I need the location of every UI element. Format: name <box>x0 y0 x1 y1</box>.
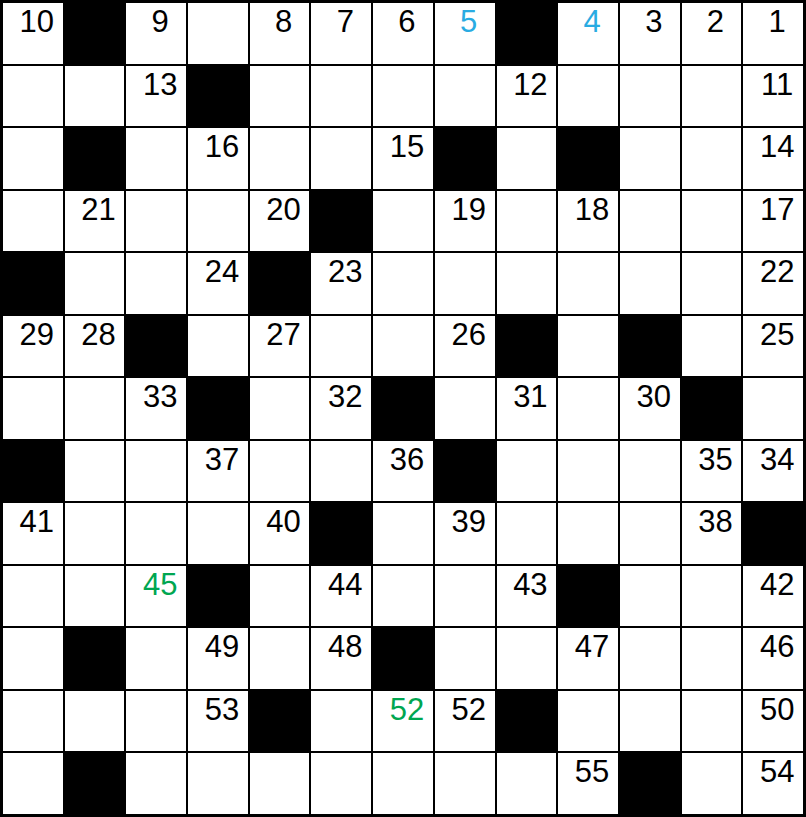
cell[interactable] <box>188 753 248 814</box>
cell[interactable]: 21 <box>65 191 125 252</box>
clue-number: 23 <box>328 253 362 288</box>
block-cell <box>188 66 248 127</box>
cell[interactable] <box>250 753 310 814</box>
block-cell <box>435 128 495 189</box>
cell[interactable]: 49 <box>188 628 248 689</box>
cell[interactable] <box>373 316 433 377</box>
clue-number: 13 <box>143 66 177 101</box>
cell[interactable] <box>311 316 371 377</box>
cell[interactable]: 3 <box>620 3 680 64</box>
cell[interactable] <box>497 628 557 689</box>
cell[interactable]: 28 <box>65 316 125 377</box>
cell[interactable] <box>620 128 680 189</box>
cell[interactable]: 26 <box>435 316 495 377</box>
clue-number: 30 <box>637 378 671 413</box>
clue-number: 31 <box>513 378 547 413</box>
block-cell <box>311 191 371 252</box>
cell[interactable]: 10 <box>3 3 63 64</box>
cell[interactable] <box>435 253 495 314</box>
clue-number: 34 <box>760 441 794 476</box>
cell[interactable] <box>743 378 803 439</box>
block-cell <box>743 503 803 564</box>
clue-number: 2 <box>707 3 724 38</box>
clue-number: 21 <box>81 191 115 226</box>
clue-number: 46 <box>760 628 794 663</box>
cell[interactable] <box>373 566 433 627</box>
cell[interactable] <box>682 128 742 189</box>
clue-number: 14 <box>760 128 794 163</box>
cell[interactable] <box>497 441 557 502</box>
cell[interactable] <box>682 316 742 377</box>
cell[interactable]: 52 <box>435 691 495 752</box>
cell[interactable]: 17 <box>743 191 803 252</box>
cell[interactable] <box>497 191 557 252</box>
cell[interactable] <box>65 566 125 627</box>
clue-number: 10 <box>20 3 54 38</box>
cell[interactable] <box>65 66 125 127</box>
cell[interactable] <box>188 191 248 252</box>
cell[interactable] <box>497 253 557 314</box>
cell[interactable]: 37 <box>188 441 248 502</box>
clue-number: 6 <box>398 3 415 38</box>
clue-number: 24 <box>205 253 239 288</box>
cell[interactable] <box>65 378 125 439</box>
clue-number: 15 <box>390 128 424 163</box>
cell[interactable] <box>435 566 495 627</box>
cell[interactable]: 20 <box>250 191 310 252</box>
cell[interactable]: 32 <box>311 378 371 439</box>
cell[interactable] <box>65 691 125 752</box>
cell[interactable]: 43 <box>497 566 557 627</box>
clue-number: 29 <box>20 316 54 351</box>
clue-number: 38 <box>698 503 732 538</box>
block-cell <box>620 753 680 814</box>
clue-number: 37 <box>205 441 239 476</box>
cell[interactable]: 5 <box>435 3 495 64</box>
cell[interactable] <box>3 628 63 689</box>
cell[interactable] <box>250 566 310 627</box>
cell[interactable] <box>435 753 495 814</box>
clue-number: 52 <box>390 691 424 726</box>
block-cell <box>65 3 125 64</box>
clue-number: 49 <box>205 628 239 663</box>
cell[interactable] <box>558 316 618 377</box>
cell[interactable]: 35 <box>682 441 742 502</box>
cell[interactable] <box>126 753 186 814</box>
clue-number: 1 <box>769 3 786 38</box>
block-cell <box>126 316 186 377</box>
cell[interactable]: 8 <box>250 3 310 64</box>
cell[interactable] <box>497 753 557 814</box>
cell[interactable] <box>250 128 310 189</box>
cell[interactable] <box>620 691 680 752</box>
block-cell <box>188 378 248 439</box>
clue-number: 26 <box>451 316 485 351</box>
cell[interactable] <box>373 753 433 814</box>
cell[interactable]: 39 <box>435 503 495 564</box>
cell[interactable] <box>682 253 742 314</box>
cell[interactable]: 48 <box>311 628 371 689</box>
cell[interactable]: 2 <box>682 3 742 64</box>
clue-number: 47 <box>575 628 609 663</box>
cell[interactable] <box>3 753 63 814</box>
cell[interactable]: 16 <box>188 128 248 189</box>
cell[interactable]: 4 <box>558 3 618 64</box>
cell[interactable]: 7 <box>311 3 371 64</box>
cell[interactable] <box>3 378 63 439</box>
cell[interactable]: 38 <box>682 503 742 564</box>
block-cell <box>65 628 125 689</box>
cell[interactable] <box>373 66 433 127</box>
cell[interactable]: 31 <box>497 378 557 439</box>
cell[interactable]: 34 <box>743 441 803 502</box>
cell[interactable] <box>558 503 618 564</box>
clue-number: 5 <box>460 3 477 38</box>
clue-number: 25 <box>760 316 794 351</box>
cell[interactable] <box>497 128 557 189</box>
clue-number: 33 <box>143 378 177 413</box>
cell[interactable]: 11 <box>743 66 803 127</box>
cell[interactable] <box>558 66 618 127</box>
crossword-grid: 1098765432113121116151421201918172423222… <box>0 0 806 817</box>
clue-number: 22 <box>760 253 794 288</box>
block-cell <box>65 753 125 814</box>
cell[interactable] <box>250 628 310 689</box>
cell[interactable]: 25 <box>743 316 803 377</box>
cell[interactable] <box>311 753 371 814</box>
block-cell <box>3 441 63 502</box>
cell[interactable] <box>126 503 186 564</box>
clue-number: 35 <box>698 441 732 476</box>
cell[interactable]: 45 <box>126 566 186 627</box>
cell[interactable] <box>126 441 186 502</box>
cell[interactable] <box>497 503 557 564</box>
cell[interactable] <box>126 191 186 252</box>
clue-number: 18 <box>575 191 609 226</box>
clue-number: 48 <box>328 628 362 663</box>
cell[interactable] <box>3 566 63 627</box>
clue-number: 45 <box>143 566 177 601</box>
clue-number: 44 <box>328 566 362 601</box>
clue-number: 7 <box>337 3 354 38</box>
cell[interactable] <box>435 628 495 689</box>
cell[interactable]: 24 <box>188 253 248 314</box>
cell[interactable] <box>65 253 125 314</box>
cell[interactable]: 15 <box>373 128 433 189</box>
block-cell <box>188 566 248 627</box>
cell[interactable]: 53 <box>188 691 248 752</box>
cell[interactable] <box>126 628 186 689</box>
cell[interactable]: 6 <box>373 3 433 64</box>
cell[interactable]: 1 <box>743 3 803 64</box>
clue-number: 40 <box>266 503 300 538</box>
cell[interactable] <box>65 441 125 502</box>
cell[interactable]: 42 <box>743 566 803 627</box>
cell[interactable]: 12 <box>497 66 557 127</box>
block-cell <box>3 253 63 314</box>
block-cell <box>497 3 557 64</box>
clue-number: 54 <box>760 753 794 788</box>
block-cell <box>435 441 495 502</box>
cell[interactable]: 44 <box>311 566 371 627</box>
cell[interactable] <box>620 253 680 314</box>
cell[interactable] <box>188 503 248 564</box>
block-cell <box>620 316 680 377</box>
cell[interactable]: 52 <box>373 691 433 752</box>
cell[interactable] <box>558 441 618 502</box>
cell[interactable] <box>620 66 680 127</box>
clue-number: 28 <box>81 316 115 351</box>
cell[interactable] <box>3 66 63 127</box>
clue-number: 16 <box>205 128 239 163</box>
cell[interactable] <box>373 253 433 314</box>
cell[interactable] <box>620 503 680 564</box>
cell[interactable]: 55 <box>558 753 618 814</box>
clue-number: 20 <box>266 191 300 226</box>
clue-number: 17 <box>760 191 794 226</box>
cell[interactable]: 46 <box>743 628 803 689</box>
cell[interactable] <box>3 191 63 252</box>
cell[interactable]: 23 <box>311 253 371 314</box>
cell[interactable] <box>126 253 186 314</box>
cell[interactable] <box>65 503 125 564</box>
cell[interactable] <box>250 441 310 502</box>
cell[interactable] <box>558 253 618 314</box>
block-cell <box>311 503 371 564</box>
cell[interactable] <box>126 691 186 752</box>
cell[interactable] <box>126 128 186 189</box>
block-cell <box>373 628 433 689</box>
cell[interactable] <box>373 503 433 564</box>
clue-number: 4 <box>583 3 600 38</box>
cell[interactable] <box>250 66 310 127</box>
clue-number: 52 <box>451 691 485 726</box>
cell[interactable] <box>435 66 495 127</box>
clue-number: 42 <box>760 566 794 601</box>
cell[interactable]: 22 <box>743 253 803 314</box>
cell[interactable]: 18 <box>558 191 618 252</box>
cell[interactable] <box>250 378 310 439</box>
cell[interactable] <box>620 191 680 252</box>
cell[interactable] <box>682 691 742 752</box>
cell[interactable]: 13 <box>126 66 186 127</box>
clue-number: 36 <box>390 441 424 476</box>
cell[interactable] <box>3 128 63 189</box>
clue-number: 50 <box>760 691 794 726</box>
cell[interactable] <box>435 378 495 439</box>
cell[interactable] <box>682 191 742 252</box>
cell[interactable]: 50 <box>743 691 803 752</box>
clue-number: 53 <box>205 691 239 726</box>
cell[interactable] <box>311 66 371 127</box>
clue-number: 41 <box>20 503 54 538</box>
cell[interactable]: 47 <box>558 628 618 689</box>
clue-number: 55 <box>575 753 609 788</box>
cell[interactable] <box>188 316 248 377</box>
cell[interactable] <box>620 566 680 627</box>
block-cell <box>558 566 618 627</box>
clue-number: 19 <box>451 191 485 226</box>
cell[interactable] <box>311 691 371 752</box>
cell[interactable] <box>558 378 618 439</box>
cell[interactable] <box>558 691 618 752</box>
block-cell <box>373 378 433 439</box>
cell[interactable] <box>188 3 248 64</box>
clue-number: 9 <box>152 3 169 38</box>
cell[interactable]: 29 <box>3 316 63 377</box>
cell[interactable] <box>373 191 433 252</box>
cell[interactable] <box>682 66 742 127</box>
cell[interactable] <box>311 128 371 189</box>
clue-number: 3 <box>645 3 662 38</box>
cell[interactable]: 41 <box>3 503 63 564</box>
cell[interactable]: 14 <box>743 128 803 189</box>
cell[interactable]: 19 <box>435 191 495 252</box>
block-cell <box>250 691 310 752</box>
clue-number: 39 <box>451 503 485 538</box>
cell[interactable] <box>682 753 742 814</box>
cell[interactable]: 33 <box>126 378 186 439</box>
clue-number: 32 <box>328 378 362 413</box>
cell[interactable] <box>3 691 63 752</box>
block-cell <box>497 691 557 752</box>
cell[interactable]: 27 <box>250 316 310 377</box>
cell[interactable] <box>682 566 742 627</box>
block-cell <box>65 128 125 189</box>
cell[interactable]: 9 <box>126 3 186 64</box>
block-cell <box>682 378 742 439</box>
block-cell <box>497 316 557 377</box>
cell[interactable]: 36 <box>373 441 433 502</box>
cell[interactable] <box>682 628 742 689</box>
clue-number: 8 <box>275 3 292 38</box>
clue-number: 43 <box>513 566 547 601</box>
block-cell <box>558 128 618 189</box>
clue-number: 27 <box>266 316 300 351</box>
cell[interactable]: 40 <box>250 503 310 564</box>
cell[interactable] <box>620 628 680 689</box>
clue-number: 12 <box>513 66 547 101</box>
clue-number: 11 <box>761 66 793 101</box>
block-cell <box>250 253 310 314</box>
cell[interactable]: 30 <box>620 378 680 439</box>
cell[interactable] <box>620 441 680 502</box>
cell[interactable]: 54 <box>743 753 803 814</box>
cell[interactable] <box>311 441 371 502</box>
